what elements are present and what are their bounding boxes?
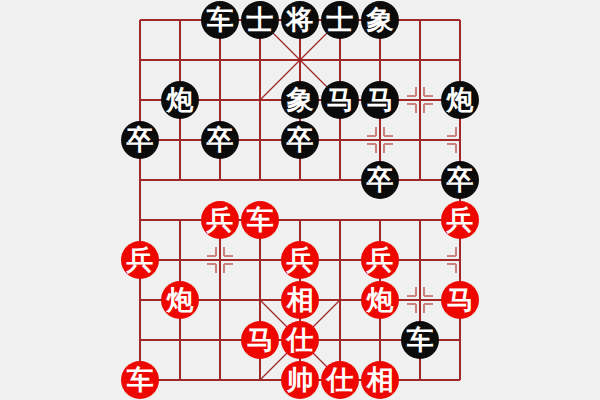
piece-black-soldier[interactable]: 卒: [441, 161, 479, 199]
board-point: 仕: [280, 320, 320, 360]
board-point: 帅: [280, 360, 320, 400]
board-point: 车: [120, 360, 160, 400]
board-point: 马: [320, 80, 360, 120]
board-point: 车: [240, 200, 280, 240]
board-point: 卒: [120, 120, 160, 160]
board-point: 兵: [360, 240, 400, 280]
piece-red-elephant[interactable]: 相: [361, 361, 399, 399]
board-point: 兵: [120, 240, 160, 280]
board-point: 炮: [160, 80, 200, 120]
board-point: 卒: [360, 160, 400, 200]
piece-red-cannon[interactable]: 炮: [161, 281, 199, 319]
piece-black-elephant[interactable]: 象: [361, 1, 399, 39]
piece-red-soldier[interactable]: 兵: [281, 241, 319, 279]
piece-black-soldier[interactable]: 卒: [201, 121, 239, 159]
piece-red-soldier[interactable]: 兵: [441, 201, 479, 239]
piece-black-horse[interactable]: 马: [321, 81, 359, 119]
piece-red-soldier[interactable]: 兵: [361, 241, 399, 279]
piece-black-soldier[interactable]: 卒: [281, 121, 319, 159]
piece-black-advisor[interactable]: 士: [241, 1, 279, 39]
piece-black-elephant[interactable]: 象: [281, 81, 319, 119]
board-point: 炮: [440, 80, 480, 120]
piece-red-cannon[interactable]: 炮: [361, 281, 399, 319]
board-point: 象: [360, 0, 400, 40]
board-point: 卒: [440, 160, 480, 200]
board-point: 兵: [200, 200, 240, 240]
piece-red-advisor[interactable]: 仕: [281, 321, 319, 359]
piece-red-chariot[interactable]: 车: [241, 201, 279, 239]
piece-black-cannon[interactable]: 炮: [161, 81, 199, 119]
board-point: 士: [320, 0, 360, 40]
board-point: 马: [360, 80, 400, 120]
piece-red-elephant[interactable]: 相: [281, 281, 319, 319]
piece-black-cannon[interactable]: 炮: [441, 81, 479, 119]
board-point: 士: [240, 0, 280, 40]
piece-black-general[interactable]: 将: [281, 1, 319, 39]
piece-black-advisor[interactable]: 士: [321, 1, 359, 39]
board-intersections[interactable]: 车士将士象炮象马马炮卒卒卒卒卒车兵车兵兵兵兵炮相炮马马仕车帅仕相: [120, 0, 480, 400]
board-point: 相: [360, 360, 400, 400]
xiangqi-board: 车士将士象炮象马马炮卒卒卒卒卒车兵车兵兵兵兵炮相炮马马仕车帅仕相: [0, 0, 600, 400]
piece-red-horse[interactable]: 马: [441, 281, 479, 319]
piece-red-chariot[interactable]: 车: [121, 361, 159, 399]
board-point: 马: [240, 320, 280, 360]
piece-red-horse[interactable]: 马: [241, 321, 279, 359]
piece-red-general[interactable]: 帅: [281, 361, 319, 399]
board-point: 车: [400, 320, 440, 360]
board-point: 兵: [280, 240, 320, 280]
piece-red-soldier[interactable]: 兵: [121, 241, 159, 279]
board-point: 兵: [440, 200, 480, 240]
piece-black-chariot[interactable]: 车: [401, 321, 439, 359]
board-point: 相: [280, 280, 320, 320]
board-point: 炮: [160, 280, 200, 320]
piece-black-soldier[interactable]: 卒: [121, 121, 159, 159]
piece-red-advisor[interactable]: 仕: [321, 361, 359, 399]
board-point: 卒: [280, 120, 320, 160]
board-point: 象: [280, 80, 320, 120]
board-point: 炮: [360, 280, 400, 320]
board-point: 将: [280, 0, 320, 40]
board-point: 卒: [200, 120, 240, 160]
board-point: 仕: [320, 360, 360, 400]
piece-black-soldier[interactable]: 卒: [361, 161, 399, 199]
piece-black-chariot[interactable]: 车: [201, 1, 239, 39]
piece-red-soldier[interactable]: 兵: [201, 201, 239, 239]
board-point: 马: [440, 280, 480, 320]
piece-black-horse[interactable]: 马: [361, 81, 399, 119]
board-point: 车: [200, 0, 240, 40]
